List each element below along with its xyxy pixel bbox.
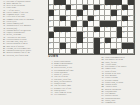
cell-number: 9 bbox=[122, 0, 127, 1]
cell-number: 16 bbox=[105, 5, 110, 7]
cell-number: 58 bbox=[77, 43, 82, 45]
cell-number: 25 bbox=[122, 10, 127, 12]
cell-number: 65 bbox=[117, 49, 122, 51]
cell-number: 55 bbox=[117, 38, 122, 40]
cell-number: 64 bbox=[100, 49, 105, 51]
cell-number: 22 bbox=[83, 10, 88, 12]
cell-number: 14 bbox=[88, 5, 93, 7]
crossword-grid: 1234567891011121314151617181920212223242… bbox=[48, 0, 135, 55]
cell-number: 63 bbox=[77, 49, 82, 51]
cell-number: 57 bbox=[66, 43, 71, 45]
cell-number: 37 bbox=[122, 21, 127, 23]
down-heading: DOWN bbox=[49, 55, 59, 58]
clue-text: Stitch up, as a fallen hem bbox=[6, 54, 46, 56]
cell-number: 44 bbox=[122, 27, 127, 29]
cell-number: 18 bbox=[117, 5, 122, 7]
clue-item: 58.Sly look bbox=[100, 103, 140, 104]
cell-number: 53 bbox=[100, 38, 105, 40]
cell-number: 13 bbox=[71, 5, 76, 7]
down-clues-column-1: 1.Winter road hazard2.Mimic a mockingbir… bbox=[49, 60, 98, 104]
cell-number: 12 bbox=[60, 5, 65, 7]
cell-number: 2 bbox=[66, 0, 71, 1]
cell-number: 32 bbox=[49, 21, 54, 23]
cell-number: 52 bbox=[83, 38, 88, 40]
cell-number: 42 bbox=[105, 27, 110, 29]
cell-number: 20 bbox=[54, 10, 59, 12]
cell-number: 46 bbox=[60, 32, 65, 34]
cell-number: 56 bbox=[49, 43, 54, 45]
cell-number: 60 bbox=[105, 43, 110, 45]
cell-number: 8 bbox=[100, 0, 105, 1]
cell-number: 45 bbox=[54, 32, 59, 34]
cell-number: 59 bbox=[100, 43, 105, 45]
copyright-credit: (c) 1974 United Feature Syndicate, Inc. bbox=[133, 10, 137, 50]
cell-number: 10 bbox=[49, 5, 54, 7]
clue-item: 49.Stitch up, as a fallen hem bbox=[1, 54, 46, 56]
clue-text: Vex constantly bbox=[54, 93, 98, 95]
cell-number: 48 bbox=[83, 32, 88, 34]
cell-number: 7 bbox=[94, 0, 99, 1]
cell-number: 5 bbox=[83, 0, 88, 1]
cell-number: 24 bbox=[117, 10, 122, 12]
clue-item: 19.Vex constantly bbox=[49, 93, 98, 95]
cell-number: 47 bbox=[66, 32, 71, 34]
cell-number: 54 bbox=[111, 38, 116, 40]
cell-number: 49 bbox=[94, 32, 99, 34]
cell-number: 40 bbox=[83, 27, 88, 29]
cell-number: 17 bbox=[111, 5, 116, 7]
cell-number: 1 bbox=[49, 0, 54, 1]
cell-number: 30 bbox=[111, 16, 116, 18]
cell-number: 61 bbox=[49, 49, 54, 51]
cell-number: 15 bbox=[100, 5, 105, 7]
cell-number: 3 bbox=[71, 0, 76, 1]
cell-number: 41 bbox=[100, 27, 105, 29]
cell-number: 21 bbox=[66, 10, 71, 12]
cell-number: 62 bbox=[60, 49, 65, 51]
cell-number: 19 bbox=[128, 5, 133, 7]
cell-number: 23 bbox=[94, 10, 99, 12]
cell-number: 51 bbox=[49, 38, 54, 40]
cell-number: 29 bbox=[94, 16, 99, 18]
cell-number: 11 bbox=[54, 5, 59, 7]
cell-number: 27 bbox=[66, 16, 71, 18]
cell-number: 36 bbox=[117, 21, 122, 23]
cell-number: 6 bbox=[88, 0, 93, 1]
newspaper-crossword-page: 13.Sea eagle of northern coasts14.Make a… bbox=[0, 0, 140, 105]
cell-number: 4 bbox=[77, 0, 82, 1]
clue-text: Sly look bbox=[105, 103, 140, 104]
cell-number: 38 bbox=[49, 27, 54, 29]
cell-number: 33 bbox=[60, 21, 65, 23]
cell-number: 50 bbox=[122, 32, 127, 34]
cell-number: 28 bbox=[77, 16, 82, 18]
cell-number: 43 bbox=[111, 27, 116, 29]
down-clues-column-2: 20.Chair repairman's need22.Old hand at … bbox=[100, 56, 140, 104]
cell-number: 26 bbox=[49, 16, 54, 18]
cell-number: 39 bbox=[71, 27, 76, 29]
cell-number: 34 bbox=[77, 21, 82, 23]
cell-number: 35 bbox=[88, 21, 93, 23]
across-clues-column: 13.Sea eagle of northern coasts14.Make a… bbox=[1, 0, 46, 104]
cell-number: 66 bbox=[122, 49, 127, 51]
